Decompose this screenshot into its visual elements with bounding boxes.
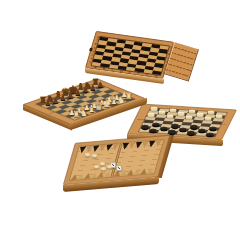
backgammon-interior bbox=[69, 139, 165, 181]
backgammon-point-far bbox=[78, 146, 86, 153]
backgammon-point-near bbox=[146, 168, 154, 174]
game-set-product-photo[interactable]: ABCDEFGH8877665544332211 ♜♞♝♛♚♝♞♜♟♟♟♟♟♟♟… bbox=[0, 0, 240, 240]
checkers-board-square bbox=[205, 133, 216, 137]
chess-board-box bbox=[23, 79, 146, 125]
rank-label: 1 bbox=[161, 71, 166, 75]
